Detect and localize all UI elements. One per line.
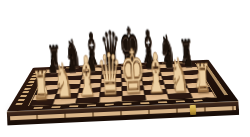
chess-board: ♜♞♝♛♚♝♞♜♟♟♟♟♟♟♟♟♟♟♟♟♟♟♟♟♜♞♝♛♚♝♞♜ <box>7 60 239 112</box>
piece-white-bishop: ♝ <box>144 49 169 99</box>
square-e1: ♚ <box>122 95 146 101</box>
product-photo: ♜♞♝♛♚♝♞♜♟♟♟♟♟♟♟♟♟♟♟♟♟♟♟♟♜♞♝♛♚♝♞♜ <box>0 0 250 137</box>
square-b1: ♞ <box>53 98 78 104</box>
brass-clasp-icon <box>190 105 196 115</box>
scene: ♜♞♝♛♚♝♞♜♟♟♟♟♟♟♟♟♟♟♟♟♟♟♟♟♜♞♝♛♚♝♞♜ <box>0 0 250 137</box>
piece-white-bishop: ♝ <box>74 52 99 102</box>
square-g1: ♞ <box>167 93 192 99</box>
front-inlay-stripe <box>10 106 236 120</box>
square-c1: ♝ <box>76 97 100 103</box>
piece-white-rook: ♜ <box>32 68 50 104</box>
piece-white-knight: ♞ <box>53 60 74 103</box>
square-f1: ♝ <box>145 94 169 100</box>
piece-white-knight: ♞ <box>169 55 190 98</box>
square-a1: ♜ <box>29 99 54 105</box>
square-h1: ♜ <box>190 92 216 98</box>
piece-white-queen: ♛ <box>97 48 123 101</box>
piece-white-king: ♚ <box>119 45 146 100</box>
piece-white-rook: ♜ <box>194 61 212 97</box>
square-d1: ♛ <box>99 96 122 102</box>
